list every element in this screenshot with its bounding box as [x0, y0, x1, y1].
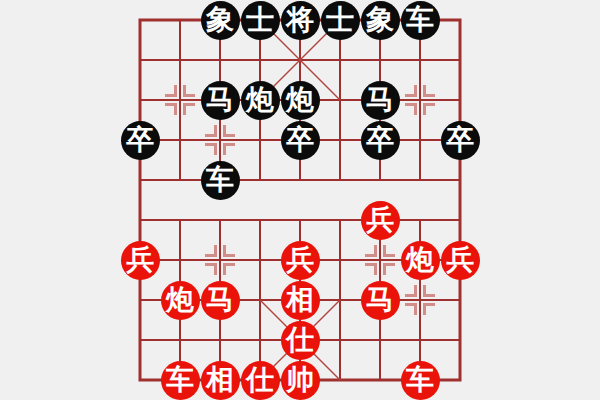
board-cell-8-2[interactable] — [440, 80, 480, 120]
board-cell-4-8[interactable]: 仕 — [280, 320, 320, 360]
board-cell-6-3[interactable]: 卒 — [360, 120, 400, 160]
board-cell-3-1[interactable] — [240, 40, 280, 80]
point-marker — [405, 85, 435, 115]
board-cell-3-7[interactable] — [240, 280, 280, 320]
marker-corner — [205, 125, 217, 137]
board-cell-6-2[interactable]: 马 — [360, 80, 400, 120]
board-cell-5-0[interactable]: 士 — [320, 0, 360, 40]
board-cell-0-2[interactable] — [120, 80, 160, 120]
black-general[interactable]: 将 — [281, 1, 320, 40]
red-advisor[interactable]: 仕 — [241, 361, 280, 400]
board-cell-6-6[interactable] — [360, 240, 400, 280]
board-cell-2-3[interactable] — [200, 120, 240, 160]
board-cell-0-6[interactable]: 兵 — [120, 240, 160, 280]
point-marker — [205, 245, 235, 275]
board-cell-3-0[interactable]: 士 — [240, 0, 280, 40]
black-soldier[interactable]: 卒 — [441, 121, 480, 160]
board-cell-6-5[interactable]: 兵 — [360, 200, 400, 240]
board-cell-2-9[interactable]: 相 — [200, 360, 240, 400]
point-marker — [205, 125, 235, 155]
board-cell-6-0[interactable]: 象 — [360, 0, 400, 40]
board-cell-1-3[interactable] — [160, 120, 200, 160]
point-marker — [405, 285, 435, 315]
board-cell-7-2[interactable] — [400, 80, 440, 120]
red-soldier[interactable]: 兵 — [281, 241, 320, 280]
board-cell-7-6[interactable]: 炮 — [400, 240, 440, 280]
board-cell-0-8[interactable] — [120, 320, 160, 360]
board-cell-5-9[interactable] — [320, 360, 360, 400]
point-marker — [365, 245, 395, 275]
marker-corner — [205, 143, 217, 155]
board-cell-2-6[interactable] — [200, 240, 240, 280]
marker-corner — [205, 263, 217, 275]
board-cell-4-4[interactable] — [280, 160, 320, 200]
black-advisor[interactable]: 士 — [241, 1, 280, 40]
red-soldier[interactable]: 兵 — [361, 201, 400, 240]
marker-corner — [223, 125, 235, 137]
board-cell-4-2[interactable]: 炮 — [280, 80, 320, 120]
marker-corner — [383, 245, 395, 257]
board-cell-8-5[interactable] — [440, 200, 480, 240]
marker-corner — [405, 285, 417, 297]
board-cell-7-8[interactable] — [400, 320, 440, 360]
marker-corner — [423, 85, 435, 97]
board-cell-2-2[interactable]: 马 — [200, 80, 240, 120]
red-soldier[interactable]: 兵 — [121, 241, 160, 280]
red-cannon[interactable]: 炮 — [161, 281, 200, 320]
marker-corner — [223, 245, 235, 257]
board-cell-2-1[interactable] — [200, 40, 240, 80]
board-cell-5-6[interactable] — [320, 240, 360, 280]
board-cell-5-2[interactable] — [320, 80, 360, 120]
black-soldier[interactable]: 卒 — [361, 121, 400, 160]
board-cell-7-4[interactable] — [400, 160, 440, 200]
board-grid: 象士将士象车马炮炮马卒卒卒卒车兵兵兵炮兵炮马相马仕车相仕帅车 — [120, 0, 480, 400]
board-cell-5-1[interactable] — [320, 40, 360, 80]
marker-corner — [183, 103, 195, 115]
xiangqi-board: 象士将士象车马炮炮马卒卒卒卒车兵兵兵炮兵炮马相马仕车相仕帅车 — [0, 0, 600, 400]
red-horse[interactable]: 马 — [361, 281, 400, 320]
black-horse[interactable]: 马 — [201, 81, 240, 120]
board-cell-5-3[interactable] — [320, 120, 360, 160]
board-cell-2-4[interactable]: 车 — [200, 160, 240, 200]
board-cell-7-1[interactable] — [400, 40, 440, 80]
red-general[interactable]: 帅 — [281, 361, 320, 400]
board-cell-0-0[interactable] — [120, 0, 160, 40]
board-cell-1-5[interactable] — [160, 200, 200, 240]
black-elephant[interactable]: 象 — [361, 1, 400, 40]
board-cell-2-8[interactable] — [200, 320, 240, 360]
red-soldier[interactable]: 兵 — [441, 241, 480, 280]
marker-corner — [383, 263, 395, 275]
board-cell-5-4[interactable] — [320, 160, 360, 200]
board-cell-3-4[interactable] — [240, 160, 280, 200]
board-cell-3-9[interactable]: 仕 — [240, 360, 280, 400]
board-cell-3-8[interactable] — [240, 320, 280, 360]
board-cell-3-2[interactable]: 炮 — [240, 80, 280, 120]
red-advisor[interactable]: 仕 — [281, 321, 320, 360]
point-marker — [165, 85, 195, 115]
marker-corner — [365, 245, 377, 257]
board-cell-8-8[interactable] — [440, 320, 480, 360]
red-elephant[interactable]: 相 — [201, 361, 240, 400]
black-soldier[interactable]: 卒 — [281, 121, 320, 160]
black-chariot[interactable]: 车 — [201, 161, 240, 200]
black-advisor[interactable]: 士 — [321, 1, 360, 40]
board-cell-0-7[interactable] — [120, 280, 160, 320]
board-cell-4-7[interactable]: 相 — [280, 280, 320, 320]
board-cell-4-1[interactable] — [280, 40, 320, 80]
board-cell-1-7[interactable]: 炮 — [160, 280, 200, 320]
board-cell-7-7[interactable] — [400, 280, 440, 320]
board-cell-8-0[interactable] — [440, 0, 480, 40]
board-cell-5-8[interactable] — [320, 320, 360, 360]
black-horse[interactable]: 马 — [361, 81, 400, 120]
board-cell-2-0[interactable]: 象 — [200, 0, 240, 40]
red-chariot[interactable]: 车 — [401, 361, 440, 400]
marker-corner — [205, 245, 217, 257]
marker-corner — [423, 303, 435, 315]
board-cell-0-5[interactable] — [120, 200, 160, 240]
board-cell-3-6[interactable] — [240, 240, 280, 280]
board-cell-1-2[interactable] — [160, 80, 200, 120]
board-cell-4-5[interactable] — [280, 200, 320, 240]
board-cell-8-4[interactable] — [440, 160, 480, 200]
red-cannon[interactable]: 炮 — [401, 241, 440, 280]
board-cell-8-9[interactable] — [440, 360, 480, 400]
board-cell-4-0[interactable]: 将 — [280, 0, 320, 40]
board-cell-1-0[interactable] — [160, 0, 200, 40]
board-cell-0-1[interactable] — [120, 40, 160, 80]
board-cell-6-9[interactable] — [360, 360, 400, 400]
black-cannon[interactable]: 炮 — [281, 81, 320, 120]
black-elephant[interactable]: 象 — [201, 1, 240, 40]
board-cell-6-4[interactable] — [360, 160, 400, 200]
board-cell-7-9[interactable]: 车 — [400, 360, 440, 400]
marker-corner — [423, 103, 435, 115]
marker-corner — [365, 263, 377, 275]
marker-corner — [165, 103, 177, 115]
board-cell-7-3[interactable] — [400, 120, 440, 160]
board-cell-3-5[interactable] — [240, 200, 280, 240]
board-cell-0-4[interactable] — [120, 160, 160, 200]
marker-corner — [405, 303, 417, 315]
board-cell-7-5[interactable] — [400, 200, 440, 240]
board-cell-0-9[interactable] — [120, 360, 160, 400]
marker-corner — [223, 143, 235, 155]
marker-corner — [183, 85, 195, 97]
board-cell-3-3[interactable] — [240, 120, 280, 160]
black-soldier[interactable]: 卒 — [121, 121, 160, 160]
black-cannon[interactable]: 炮 — [241, 81, 280, 120]
board-cell-5-5[interactable] — [320, 200, 360, 240]
board-cell-7-0[interactable]: 车 — [400, 0, 440, 40]
board-cell-6-8[interactable] — [360, 320, 400, 360]
board-cell-4-9[interactable]: 帅 — [280, 360, 320, 400]
board-cell-8-7[interactable] — [440, 280, 480, 320]
board-cell-2-7[interactable]: 马 — [200, 280, 240, 320]
marker-corner — [405, 103, 417, 115]
marker-corner — [223, 263, 235, 275]
board-cell-2-5[interactable] — [200, 200, 240, 240]
black-chariot[interactable]: 车 — [401, 1, 440, 40]
board-cell-1-8[interactable] — [160, 320, 200, 360]
board-cell-4-6[interactable]: 兵 — [280, 240, 320, 280]
marker-corner — [423, 285, 435, 297]
red-horse[interactable]: 马 — [201, 281, 240, 320]
board-cell-1-9[interactable]: 车 — [160, 360, 200, 400]
board-cell-1-6[interactable] — [160, 240, 200, 280]
board-cell-8-1[interactable] — [440, 40, 480, 80]
marker-corner — [165, 85, 177, 97]
board-cell-1-1[interactable] — [160, 40, 200, 80]
board-cell-8-3[interactable]: 卒 — [440, 120, 480, 160]
board-cell-4-3[interactable]: 卒 — [280, 120, 320, 160]
board-cell-5-7[interactable] — [320, 280, 360, 320]
board-cell-8-6[interactable]: 兵 — [440, 240, 480, 280]
red-chariot[interactable]: 车 — [161, 361, 200, 400]
red-elephant[interactable]: 相 — [281, 281, 320, 320]
board-cell-6-1[interactable] — [360, 40, 400, 80]
board-cell-6-7[interactable]: 马 — [360, 280, 400, 320]
board-cell-1-4[interactable] — [160, 160, 200, 200]
board-cell-0-3[interactable]: 卒 — [120, 120, 160, 160]
marker-corner — [405, 85, 417, 97]
